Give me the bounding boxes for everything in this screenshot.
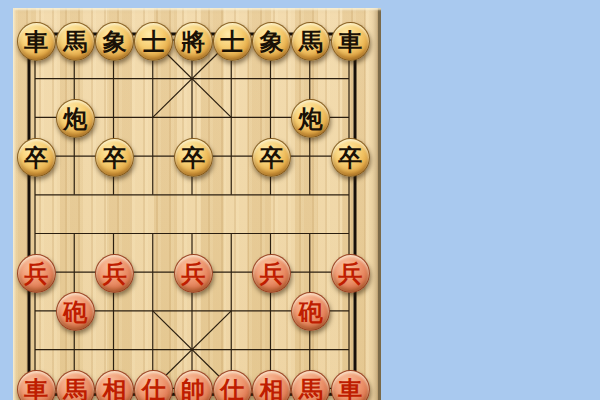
piece-red-帥[interactable]: 帥 [174,370,213,400]
piece-black-卒[interactable]: 卒 [174,138,213,177]
piece-black-車[interactable]: 車 [331,22,370,61]
board-grid [13,8,381,400]
piece-black-炮[interactable]: 炮 [56,99,95,138]
piece-red-兵[interactable]: 兵 [95,254,134,293]
piece-black-士[interactable]: 士 [134,22,173,61]
piece-black-馬[interactable]: 馬 [291,22,330,61]
piece-black-象[interactable]: 象 [252,22,291,61]
piece-black-炮[interactable]: 炮 [291,99,330,138]
piece-black-卒[interactable]: 卒 [17,138,56,177]
piece-black-象[interactable]: 象 [95,22,134,61]
piece-black-卒[interactable]: 卒 [331,138,370,177]
piece-black-將[interactable]: 將 [174,22,213,61]
piece-red-兵[interactable]: 兵 [252,254,291,293]
piece-red-車[interactable]: 車 [331,370,370,400]
piece-black-馬[interactable]: 馬 [56,22,95,61]
piece-red-兵[interactable]: 兵 [174,254,213,293]
xiangqi-board[interactable]: 車馬象士將士象馬車炮炮卒卒卒卒卒兵兵兵兵兵砲砲車馬相仕帥仕相馬車 [13,8,381,400]
piece-red-兵[interactable]: 兵 [17,254,56,293]
piece-red-兵[interactable]: 兵 [331,254,370,293]
piece-black-車[interactable]: 車 [17,22,56,61]
piece-red-砲[interactable]: 砲 [56,292,95,331]
app-background: { "game": "xiangqi", "position": { "fen"… [0,0,600,400]
piece-red-車[interactable]: 車 [17,370,56,400]
piece-black-士[interactable]: 士 [213,22,252,61]
piece-black-卒[interactable]: 卒 [95,138,134,177]
piece-black-卒[interactable]: 卒 [252,138,291,177]
